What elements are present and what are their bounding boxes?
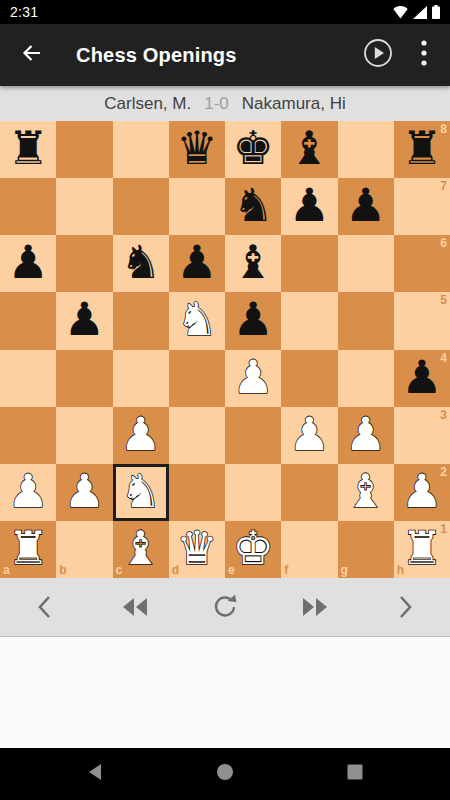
page-title: Chess Openings [76,44,237,67]
status-bar: 2:31 [0,0,450,24]
black-knight: ♞ [120,239,161,285]
square-h2[interactable]: ♟2 [394,464,450,521]
square-g1[interactable]: g [338,521,394,578]
reset-board-button[interactable] [180,578,270,636]
square-d3[interactable] [169,407,225,464]
square-h5[interactable]: 5 [394,292,450,349]
square-a3[interactable] [0,407,56,464]
black-player-name: Nakamura, Hi [242,94,346,114]
square-b3[interactable] [56,407,112,464]
square-f2[interactable] [281,464,337,521]
square-c3[interactable]: ♟ [113,407,169,464]
black-pawn: ♟ [233,296,274,342]
square-a5[interactable] [0,292,56,349]
cellular-icon [413,6,427,19]
black-king: ♚ [233,125,274,171]
game-result: 1-0 [204,94,229,114]
double-chevron-right-icon [299,596,331,618]
back-button[interactable] [14,37,50,73]
white-knight: ♞ [176,296,217,342]
square-a7[interactable] [0,178,56,235]
square-h7[interactable]: 7 [394,178,450,235]
square-b8[interactable] [56,121,112,178]
square-c7[interactable] [113,178,169,235]
chevron-right-icon [393,594,417,620]
play-circle-icon [363,38,393,72]
square-g5[interactable] [338,292,394,349]
app-bar-actions [358,35,436,75]
rank-label-1: 1 [440,523,447,535]
square-f7[interactable]: ♟ [281,178,337,235]
square-d8[interactable]: ♛ [169,121,225,178]
white-knight: ♞ [120,468,161,514]
file-label-g: g [341,564,348,576]
black-pawn: ♟ [8,239,49,285]
forward-to-end-button[interactable] [270,578,360,636]
rank-label-3: 3 [440,409,447,421]
square-c5[interactable] [113,292,169,349]
square-d5[interactable]: ♞ [169,292,225,349]
square-c4[interactable] [113,350,169,407]
square-d4[interactable] [169,350,225,407]
status-time: 2:31 [10,4,38,20]
file-label-a: a [3,564,10,576]
square-g6[interactable] [338,235,394,292]
battery-icon [432,5,440,19]
white-pawn: ♟ [120,411,161,457]
reload-icon [212,594,238,620]
white-queen: ♛ [176,525,217,571]
file-label-d: d [172,564,179,576]
overflow-menu-icon [421,40,427,70]
double-chevron-left-icon [119,596,151,618]
square-b6[interactable] [56,235,112,292]
white-bishop: ♝ [345,468,386,514]
black-pawn: ♟ [289,182,330,228]
rank-label-2: 2 [440,466,447,478]
white-pawn: ♟ [8,468,49,514]
android-back-button[interactable] [30,763,160,785]
square-c6[interactable]: ♞ [113,235,169,292]
move-list-area [0,637,450,748]
square-a2[interactable]: ♟ [0,464,56,521]
square-e3[interactable] [225,407,281,464]
square-e1[interactable]: ♚e [225,521,281,578]
black-pawn: ♟ [176,239,217,285]
square-g7[interactable]: ♟ [338,178,394,235]
black-pawn: ♟ [64,296,105,342]
square-b2[interactable]: ♟ [56,464,112,521]
square-d7[interactable] [169,178,225,235]
android-home-button[interactable] [160,763,290,785]
square-b4[interactable] [56,350,112,407]
square-e5[interactable]: ♟ [225,292,281,349]
white-player-name: Carlsen, M. [104,94,191,114]
square-f8[interactable]: ♝ [281,121,337,178]
square-b7[interactable] [56,178,112,235]
file-label-b: b [59,564,66,576]
white-pawn: ♟ [233,354,274,400]
next-move-button[interactable] [360,578,450,636]
square-g3[interactable]: ♟ [338,407,394,464]
square-h8[interactable]: ♜8 [394,121,450,178]
rank-label-8: 8 [440,123,447,135]
square-f6[interactable] [281,235,337,292]
white-pawn: ♟ [64,468,105,514]
wifi-icon [393,6,408,19]
square-g2[interactable]: ♝ [338,464,394,521]
square-e6[interactable]: ♝ [225,235,281,292]
square-a8[interactable]: ♜ [0,121,56,178]
game-info-bar: Carlsen, M. 1-0 Nakamura, Hi [0,86,450,121]
back-arrow-icon [20,41,44,69]
square-h1[interactable]: ♜h1 [394,521,450,578]
overflow-menu-button[interactable] [412,35,436,75]
rank-label-5: 5 [440,294,447,306]
android-nav-bar [0,748,450,800]
chevron-left-icon [33,594,57,620]
black-bishop: ♝ [289,125,330,171]
square-e8[interactable]: ♚ [225,121,281,178]
play-button[interactable] [358,35,398,75]
black-rook: ♜ [8,125,49,171]
square-f4[interactable] [281,350,337,407]
square-a1[interactable]: ♜a [0,521,56,578]
square-c8[interactable] [113,121,169,178]
black-rook: ♜ [401,125,442,171]
square-d1[interactable]: ♛d [169,521,225,578]
square-e7[interactable]: ♞ [225,178,281,235]
black-pawn: ♟ [345,182,386,228]
square-d2[interactable] [169,464,225,521]
square-e2[interactable] [225,464,281,521]
square-g8[interactable] [338,121,394,178]
android-recents-button[interactable] [290,764,420,784]
square-f3[interactable]: ♟ [281,407,337,464]
white-rook: ♜ [8,525,49,571]
square-h6[interactable]: 6 [394,235,450,292]
white-bishop: ♝ [120,525,161,571]
chess-board: ♜♛♚♝♜8♞♟♟7♟♞♟♝6♟♞♟5♟♟4♟♟♟3♟♟♞♝♟2♜ab♝c♛d♚… [0,121,450,578]
status-icons [393,5,440,19]
file-label-c: c [116,564,123,576]
app-bar: Chess Openings [0,24,450,86]
white-pawn: ♟ [345,411,386,457]
file-label-f: f [284,564,288,576]
square-h4[interactable]: ♟4 [394,350,450,407]
square-d6[interactable]: ♟ [169,235,225,292]
phone-screen: 2:31 Chess Openings [0,0,450,800]
rewind-to-start-button[interactable] [90,578,180,636]
black-knight: ♞ [233,182,274,228]
square-a6[interactable]: ♟ [0,235,56,292]
home-circle-icon [216,763,234,785]
square-b1[interactable]: b [56,521,112,578]
white-king: ♚ [233,525,274,571]
white-rook: ♜ [401,525,442,571]
square-g4[interactable] [338,350,394,407]
rank-label-7: 7 [440,180,447,192]
recents-square-icon [347,764,363,784]
previous-move-button[interactable] [0,578,90,636]
white-pawn: ♟ [289,411,330,457]
square-c1[interactable]: ♝c [113,521,169,578]
file-label-e: e [228,564,235,576]
black-queen: ♛ [176,125,217,171]
rank-label-4: 4 [440,352,447,364]
square-c2[interactable]: ♞ [113,464,169,521]
black-pawn: ♟ [401,354,442,400]
file-label-h: h [397,564,404,576]
white-pawn: ♟ [401,468,442,514]
square-h3[interactable]: 3 [394,407,450,464]
rank-label-6: 6 [440,237,447,249]
square-f1[interactable]: f [281,521,337,578]
square-e4[interactable]: ♟ [225,350,281,407]
back-triangle-icon [87,763,103,785]
black-bishop: ♝ [233,239,274,285]
square-a4[interactable] [0,350,56,407]
square-b5[interactable]: ♟ [56,292,112,349]
square-f5[interactable] [281,292,337,349]
move-controls-bar [0,578,450,637]
